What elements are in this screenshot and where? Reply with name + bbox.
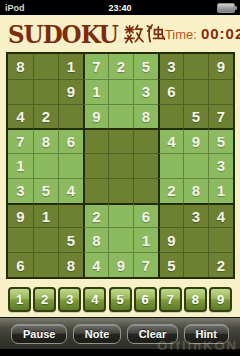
pause-button[interactable]: Pause	[11, 324, 67, 344]
cell-r6c9[interactable]: 1	[208, 178, 233, 203]
status-bar: iPod 23:40	[0, 0, 240, 15]
cell-r2c9[interactable]	[208, 79, 233, 104]
cell-r5c6[interactable]	[133, 153, 158, 178]
battery-icon	[217, 3, 235, 13]
cell-r1c5[interactable]: 2	[108, 54, 133, 79]
cell-r4c5[interactable]	[108, 128, 133, 153]
cell-r7c3[interactable]	[58, 203, 83, 228]
cell-r9c1[interactable]: 6	[8, 252, 33, 277]
cell-r3c7[interactable]	[158, 104, 183, 129]
cell-r3c4[interactable]: 9	[83, 104, 108, 129]
cell-r8c8[interactable]	[183, 227, 208, 252]
cell-r9c2[interactable]	[33, 252, 58, 277]
cell-r8c9[interactable]	[208, 227, 233, 252]
cell-r3c9[interactable]: 7	[208, 104, 233, 129]
numpad-key-6[interactable]: 6	[134, 287, 157, 312]
numpad-key-2[interactable]: 2	[33, 287, 56, 312]
cell-r1c2[interactable]	[33, 54, 58, 79]
numpad-key-8[interactable]: 8	[184, 287, 207, 312]
cell-r1c4[interactable]: 7	[83, 54, 108, 79]
toolbar: PauseNoteClearHintOfflinKON	[0, 317, 240, 349]
cell-r6c5[interactable]	[108, 178, 133, 203]
timer: Time: 00:02	[165, 25, 240, 42]
cell-r2c4[interactable]: 1	[83, 79, 108, 104]
cell-r7c1[interactable]: 9	[8, 203, 33, 228]
cell-r7c4[interactable]: 2	[83, 203, 108, 228]
cell-r2c2[interactable]	[33, 79, 58, 104]
cell-r7c6[interactable]: 6	[133, 203, 158, 228]
cell-r9c5[interactable]: 9	[108, 252, 133, 277]
cell-r4c7[interactable]: 4	[158, 128, 183, 153]
cell-r6c3[interactable]: 4	[58, 178, 83, 203]
cell-r7c7[interactable]	[158, 203, 183, 228]
cell-r2c6[interactable]: 3	[133, 79, 158, 104]
cell-r5c9[interactable]: 3	[208, 153, 233, 178]
cell-r2c5[interactable]	[108, 79, 133, 104]
status-clock: 23:40	[0, 3, 240, 13]
cell-r8c5[interactable]	[108, 227, 133, 252]
clear-button[interactable]: Clear	[127, 324, 179, 344]
cell-r7c5[interactable]	[108, 203, 133, 228]
numpad-key-9[interactable]: 9	[209, 287, 232, 312]
cell-r1c8[interactable]	[183, 54, 208, 79]
sudoku-board: 8172539913642985778649513354281912634581…	[6, 52, 235, 279]
cell-r6c1[interactable]: 3	[8, 178, 33, 203]
cell-r9c8[interactable]	[183, 252, 208, 277]
cell-r4c9[interactable]: 5	[208, 128, 233, 153]
number-pad: 123456789	[0, 287, 240, 312]
cell-r3c1[interactable]: 4	[8, 104, 33, 129]
cell-r2c7[interactable]: 6	[158, 79, 183, 104]
sudoku-app-screen: iPod 23:40 SUDOKU 数独	[0, 0, 240, 356]
bottom-strip	[0, 349, 240, 356]
cell-r3c2[interactable]: 2	[33, 104, 58, 129]
cell-r4c1[interactable]: 7	[8, 128, 33, 153]
cell-r4c2[interactable]: 8	[33, 128, 58, 153]
cell-r7c9[interactable]: 4	[208, 203, 233, 228]
cell-r6c6[interactable]	[133, 178, 158, 203]
cell-r4c3[interactable]: 6	[58, 128, 83, 153]
cell-r6c4[interactable]	[83, 178, 108, 203]
cell-r8c2[interactable]	[33, 227, 58, 252]
header: SUDOKU 数独 Time: 0	[0, 15, 240, 52]
cell-r1c3[interactable]: 1	[58, 54, 83, 79]
cell-r6c7[interactable]: 2	[158, 178, 183, 203]
app-title: SUDOKU	[8, 21, 118, 46]
cell-r8c6[interactable]: 1	[133, 227, 158, 252]
note-button[interactable]: Note	[73, 324, 121, 344]
cell-r9c6[interactable]: 7	[133, 252, 158, 277]
cell-r5c5[interactable]	[108, 153, 133, 178]
cell-r7c2[interactable]: 1	[33, 203, 58, 228]
cell-r4c4[interactable]	[83, 128, 108, 153]
cell-r3c3[interactable]	[58, 104, 83, 129]
cell-r5c4[interactable]	[83, 153, 108, 178]
cell-r1c6[interactable]: 5	[133, 54, 158, 79]
cell-r9c7[interactable]: 5	[158, 252, 183, 277]
cell-r9c9[interactable]: 2	[208, 252, 233, 277]
cell-r8c3[interactable]: 5	[58, 227, 83, 252]
cell-r1c9[interactable]: 9	[208, 54, 233, 79]
numpad-key-7[interactable]: 7	[159, 287, 182, 312]
numpad-key-5[interactable]: 5	[109, 287, 132, 312]
cell-r8c1[interactable]	[8, 227, 33, 252]
app-title-kanji-icon: 数独	[123, 23, 165, 45]
timer-value: 00:02	[201, 25, 240, 42]
numpad-key-4[interactable]: 4	[83, 287, 106, 312]
cell-r2c3[interactable]: 9	[58, 79, 83, 104]
cell-r5c8[interactable]	[183, 153, 208, 178]
cell-r9c4[interactable]: 4	[83, 252, 108, 277]
cell-r1c7[interactable]: 3	[158, 54, 183, 79]
app-logo: SUDOKU 数独	[8, 22, 165, 45]
cell-r2c1[interactable]	[8, 79, 33, 104]
cell-r5c2[interactable]	[33, 153, 58, 178]
cell-r1c1[interactable]: 8	[8, 54, 33, 79]
cell-r5c7[interactable]	[158, 153, 183, 178]
cell-r6c8[interactable]: 8	[183, 178, 208, 203]
numpad-key-3[interactable]: 3	[58, 287, 81, 312]
cell-r5c3[interactable]	[58, 153, 83, 178]
cell-r8c4[interactable]: 8	[83, 227, 108, 252]
cell-r4c8[interactable]: 9	[183, 128, 208, 153]
cell-r2c8[interactable]	[183, 79, 208, 104]
cell-r3c5[interactable]	[108, 104, 133, 129]
numpad-key-1[interactable]: 1	[8, 287, 31, 312]
cell-r7c8[interactable]: 3	[183, 203, 208, 228]
cell-r5c1[interactable]: 1	[8, 153, 33, 178]
cell-r3c8[interactable]: 5	[183, 104, 208, 129]
cell-r3c6[interactable]: 8	[133, 104, 158, 129]
cell-r8c7[interactable]: 9	[158, 227, 183, 252]
timer-label: Time:	[165, 27, 197, 42]
hint-button[interactable]: Hint	[184, 324, 229, 344]
cell-r6c2[interactable]: 5	[33, 178, 58, 203]
cell-r4c6[interactable]	[133, 128, 158, 153]
cell-r9c3[interactable]: 8	[58, 252, 83, 277]
